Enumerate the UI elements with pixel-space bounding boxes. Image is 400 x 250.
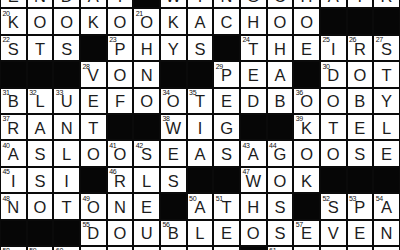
cell-r2c7[interactable]: S: [187, 35, 214, 61]
cell-letter: E: [221, 225, 232, 245]
cell-letter: E: [221, 93, 232, 113]
cell-r8c8[interactable]: 51T: [213, 193, 240, 219]
cell-letter: S: [141, 146, 152, 166]
cell-letter: L: [382, 120, 391, 140]
cell-r1c10[interactable]: O: [267, 8, 294, 34]
cell-letter: I: [358, 0, 363, 7]
clue-number-41: 41: [109, 142, 116, 149]
cell-r10c6[interactable]: [160, 246, 187, 250]
cell-r10c0[interactable]: 58: [0, 246, 27, 250]
cell-r2c5[interactable]: H: [133, 35, 160, 61]
cell-letter: E: [88, 93, 99, 113]
cell-r10c3[interactable]: [80, 246, 107, 250]
block-cell-r5c4: [107, 114, 134, 140]
cell-letter: E: [141, 199, 152, 219]
cell-letter: N: [221, 0, 233, 7]
block-cell-r1c12: [320, 8, 347, 34]
cell-letter: D: [327, 67, 339, 87]
clue-number-51: 51: [216, 195, 223, 202]
clue-number-36: 36: [296, 89, 303, 96]
cell-r3c3[interactable]: 28V: [80, 61, 107, 87]
cell-letter: O: [273, 14, 286, 34]
cell-r7c2[interactable]: I: [53, 167, 80, 193]
clue-number-52: 52: [322, 195, 329, 202]
cell-letter: O: [34, 199, 47, 219]
cell-r8c2[interactable]: T: [53, 193, 80, 219]
crossword-grid: ENDATWINGCHAIR20KOOKO21OKACHOO22STS23PHY…: [0, 0, 400, 250]
clue-number-29: 29: [216, 63, 223, 70]
cell-r4c7[interactable]: 35T: [187, 88, 214, 114]
clue-number-50: 50: [189, 195, 196, 202]
cell-r6c10[interactable]: 44G: [267, 140, 294, 166]
cell-r2c1[interactable]: T: [27, 35, 54, 61]
cell-r5c14[interactable]: L: [373, 114, 400, 140]
cell-r1c8[interactable]: C: [213, 8, 240, 34]
cell-r0c11[interactable]: H: [293, 0, 320, 8]
cell-r4c8[interactable]: E: [213, 88, 240, 114]
clue-number-38: 38: [162, 115, 169, 122]
cell-r5c2[interactable]: N: [53, 114, 80, 140]
cell-r3c10[interactable]: A: [267, 61, 294, 87]
cell-r4c3[interactable]: E: [80, 88, 107, 114]
cell-r6c12[interactable]: O: [320, 140, 347, 166]
cell-r4c5[interactable]: O: [133, 88, 160, 114]
cell-r0c1[interactable]: N: [27, 0, 54, 8]
block-cell-r3c7: [187, 61, 214, 87]
cell-r9c6[interactable]: 56B: [160, 220, 187, 246]
cell-r6c8[interactable]: S: [213, 140, 240, 166]
cell-r2c11[interactable]: E: [293, 35, 320, 61]
cell-letter: G: [220, 120, 233, 140]
cell-r0c13[interactable]: I: [347, 0, 374, 8]
cell-r10c7[interactable]: [187, 246, 214, 250]
cell-letter: I: [198, 120, 203, 140]
block-cell-r3c11: [293, 61, 320, 87]
cell-r4c14[interactable]: Y: [373, 88, 400, 114]
cell-r1c5[interactable]: 21O: [133, 8, 160, 34]
cell-letter: O: [34, 14, 47, 34]
cell-r7c6[interactable]: S: [160, 167, 187, 193]
cell-letter: N: [114, 199, 126, 219]
cell-r1c9[interactable]: H: [240, 8, 267, 34]
cell-r4c2[interactable]: 33U: [53, 88, 80, 114]
cell-r9c14[interactable]: N: [373, 220, 400, 246]
cell-letter: G: [247, 0, 260, 7]
cell-r6c6[interactable]: E: [160, 140, 187, 166]
block-cell-r7c14: [373, 167, 400, 193]
cell-r3c8[interactable]: 29P: [213, 61, 240, 87]
cell-r6c1[interactable]: S: [27, 140, 54, 166]
cell-letter: A: [328, 0, 339, 7]
cell-letter: I: [331, 41, 336, 61]
cell-letter: F: [115, 93, 125, 113]
clue-number-27: 27: [376, 36, 383, 43]
cell-letter: T: [115, 0, 125, 7]
cell-r0c14[interactable]: R: [373, 0, 400, 8]
cell-r8c14[interactable]: 54A: [373, 193, 400, 219]
cell-letter: D: [247, 93, 259, 113]
cell-r6c13[interactable]: S: [347, 140, 374, 166]
cell-letter: Y: [168, 41, 179, 61]
block-cell-r8c6: [160, 193, 187, 219]
cell-letter: W: [245, 173, 261, 193]
clue-number-22: 22: [3, 36, 10, 43]
cell-letter: E: [301, 41, 312, 61]
cell-letter: S: [221, 146, 232, 166]
clue-number-42: 42: [136, 142, 143, 149]
cell-letter: O: [114, 146, 127, 166]
cell-r1c4[interactable]: O: [107, 8, 134, 34]
cell-letter: B: [8, 93, 19, 113]
cell-letter: R: [381, 0, 393, 7]
clue-number-44: 44: [269, 142, 276, 149]
cell-letter: I: [11, 173, 16, 193]
cell-letter: V: [328, 225, 339, 245]
cell-r1c1[interactable]: O: [27, 8, 54, 34]
cell-r3c5[interactable]: N: [133, 61, 160, 87]
clue-number-47: 47: [242, 168, 249, 175]
cell-r10c4[interactable]: [107, 246, 134, 250]
clue-number-49: 49: [82, 195, 89, 202]
cell-letter: A: [194, 199, 205, 219]
cell-letter: E: [168, 146, 179, 166]
cell-r5c3[interactable]: T: [80, 114, 107, 140]
clue-number-21: 21: [136, 10, 143, 17]
cell-r2c12[interactable]: 25I: [320, 35, 347, 61]
cell-r0c10[interactable]: C: [267, 0, 294, 8]
cell-r9c13[interactable]: E: [347, 220, 374, 246]
block-cell-r5c5: [133, 114, 160, 140]
block-cell-r7c12: [320, 167, 347, 193]
cell-letter: A: [248, 146, 259, 166]
cell-letter: O: [60, 14, 73, 34]
clue-number-37: 37: [3, 115, 10, 122]
cell-r1c7[interactable]: A: [187, 8, 214, 34]
cell-letter: O: [167, 93, 180, 113]
cell-r7c10[interactable]: O: [267, 167, 294, 193]
cell-r9c10[interactable]: S: [267, 220, 294, 246]
clue-number-34: 34: [162, 89, 169, 96]
cell-r10c14[interactable]: [373, 246, 400, 250]
cell-letter: K: [301, 120, 312, 140]
block-cell-r9c2: [53, 220, 80, 246]
clue-number-23: 23: [109, 36, 116, 43]
cell-letter: B: [354, 93, 365, 113]
cell-r7c5[interactable]: L: [133, 167, 160, 193]
cell-letter: S: [381, 41, 392, 61]
cell-r1c6[interactable]: K: [160, 8, 187, 34]
cell-letter: P: [354, 199, 365, 219]
cell-r5c13[interactable]: E: [347, 114, 374, 140]
cell-letter: O: [327, 146, 340, 166]
cell-letter: O: [87, 199, 100, 219]
cell-r5c6[interactable]: 38W: [160, 114, 187, 140]
cell-letter: H: [301, 0, 313, 7]
cell-letter: N: [34, 0, 46, 7]
cell-letter: R: [354, 41, 366, 61]
cell-r6c3[interactable]: O: [80, 140, 107, 166]
cell-r0c7[interactable]: I: [187, 0, 214, 8]
cell-r5c12[interactable]: T: [320, 114, 347, 140]
cell-letter: A: [381, 199, 392, 219]
cell-r8c12[interactable]: 52S: [320, 193, 347, 219]
cell-r9c3[interactable]: 55D: [80, 220, 107, 246]
cell-letter: A: [8, 146, 19, 166]
cell-letter: S: [8, 41, 19, 61]
block-cell-r7c7: [187, 167, 214, 193]
cell-r0c6[interactable]: W: [160, 0, 187, 8]
cell-letter: C: [274, 0, 286, 7]
block-cell-r0c5: [133, 0, 160, 8]
block-cell-r8c11: [293, 193, 320, 219]
cell-letter: K: [8, 14, 19, 34]
clue-number-31: 31: [3, 89, 10, 96]
cell-r0c0[interactable]: E: [0, 0, 27, 8]
clue-number-20: 20: [3, 10, 10, 17]
cell-r10c8[interactable]: [213, 246, 240, 250]
cell-letter: E: [8, 0, 19, 7]
cell-r6c4[interactable]: 41O: [107, 140, 134, 166]
cell-r7c1[interactable]: S: [27, 167, 54, 193]
cell-r9c5[interactable]: U: [133, 220, 160, 246]
cell-r8c4[interactable]: N: [107, 193, 134, 219]
cell-letter: S: [61, 41, 72, 61]
cell-r2c10[interactable]: H: [267, 35, 294, 61]
cell-r10c5[interactable]: [133, 246, 160, 250]
cell-letter: L: [195, 225, 204, 245]
cell-r10c13[interactable]: [347, 246, 374, 250]
cell-letter: N: [381, 225, 393, 245]
block-cell-r9c1: [27, 220, 54, 246]
cell-letter: S: [34, 173, 45, 193]
clue-number-43: 43: [242, 142, 249, 149]
cell-letter: P: [221, 67, 232, 87]
cell-letter: R: [7, 120, 19, 140]
cell-r10c11[interactable]: [293, 246, 320, 250]
cell-r4c4[interactable]: F: [107, 88, 134, 114]
cell-letter: H: [141, 41, 153, 61]
block-cell-r3c1: [27, 61, 54, 87]
clue-number-26: 26: [349, 36, 356, 43]
cell-letter: O: [300, 14, 313, 34]
cell-letter: O: [327, 93, 340, 113]
cell-letter: W: [165, 120, 181, 140]
cell-letter: E: [301, 225, 312, 245]
cell-letter: E: [354, 225, 365, 245]
cell-r4c6[interactable]: 34O: [160, 88, 187, 114]
clue-number-54: 54: [376, 195, 383, 202]
cell-r0c12[interactable]: A: [320, 0, 347, 8]
cell-r6c0[interactable]: 40A: [0, 140, 27, 166]
block-cell-r9c0: [0, 220, 27, 246]
clue-number-55: 55: [82, 221, 89, 228]
cell-r4c11[interactable]: 36O: [293, 88, 320, 114]
cell-letter: E: [354, 120, 365, 140]
cell-r9c8[interactable]: E: [213, 220, 240, 246]
clue-number-24: 24: [242, 36, 249, 43]
cell-letter: C: [221, 14, 233, 34]
cell-r4c9[interactable]: D: [240, 88, 267, 114]
cell-letter: L: [142, 173, 151, 193]
cell-letter: U: [141, 225, 153, 245]
block-cell-r3c0: [0, 61, 27, 87]
block-cell-r2c8: [213, 35, 240, 61]
cell-r8c3[interactable]: 49O: [80, 193, 107, 219]
cell-letter: B: [274, 93, 285, 113]
cell-r1c0[interactable]: 20K: [0, 8, 27, 34]
cell-letter: O: [247, 225, 260, 245]
cell-letter: O: [273, 173, 286, 193]
cell-letter: D: [87, 225, 99, 245]
cell-r9c11[interactable]: 57E: [293, 220, 320, 246]
cell-r0c4[interactable]: T: [107, 0, 134, 8]
cell-letter: A: [274, 67, 285, 87]
clue-number-57: 57: [296, 221, 303, 228]
cell-letter: O: [114, 67, 127, 87]
cell-letter: V: [88, 67, 99, 87]
block-cell-r3c6: [160, 61, 187, 87]
cell-r6c5[interactable]: 42S: [133, 140, 160, 166]
clue-number-25: 25: [322, 36, 329, 43]
cell-r7c9[interactable]: 47W: [240, 167, 267, 193]
cell-r4c10[interactable]: B: [267, 88, 294, 114]
clue-number-48: 48: [3, 195, 10, 202]
cell-letter: O: [114, 14, 127, 34]
cell-letter: R: [114, 173, 126, 193]
cell-r3c13[interactable]: O: [347, 61, 374, 87]
block-cell-r7c8: [213, 167, 240, 193]
cell-letter: P: [114, 41, 125, 61]
cell-r2c2[interactable]: S: [53, 35, 80, 61]
block-cell-r2c3: [80, 35, 107, 61]
cell-r9c4[interactable]: O: [107, 220, 134, 246]
cell-r1c3[interactable]: K: [80, 8, 107, 34]
cell-r4c1[interactable]: 32L: [27, 88, 54, 114]
cell-letter: T: [195, 93, 205, 113]
cell-letter: S: [168, 173, 179, 193]
cell-r1c11[interactable]: O: [293, 8, 320, 34]
cell-letter: A: [88, 0, 99, 7]
cell-r8c0[interactable]: 48N: [0, 193, 27, 219]
clue-number-30: 30: [322, 63, 329, 70]
cell-r8c10[interactable]: S: [267, 193, 294, 219]
cell-letter: I: [198, 0, 203, 7]
cell-r10c2[interactable]: 60: [53, 246, 80, 250]
cell-r2c0[interactable]: 22S: [0, 35, 27, 61]
clue-number-35: 35: [189, 89, 196, 96]
cell-r0c8[interactable]: N: [213, 0, 240, 8]
cell-r3c4[interactable]: O: [107, 61, 134, 87]
cell-r5c0[interactable]: 37R: [0, 114, 27, 140]
cell-r9c12[interactable]: V: [320, 220, 347, 246]
cell-letter: A: [194, 146, 205, 166]
cell-letter: W: [165, 0, 181, 7]
cell-r2c6[interactable]: Y: [160, 35, 187, 61]
cell-letter: N: [61, 120, 73, 140]
cell-letter: H: [247, 14, 259, 34]
cell-r7c0[interactable]: 45I: [0, 167, 27, 193]
cell-r10c12[interactable]: [320, 246, 347, 250]
cell-r6c2[interactable]: L: [53, 140, 80, 166]
cell-letter: Y: [381, 93, 392, 113]
block-cell-r1c14: [373, 8, 400, 34]
cell-r5c7[interactable]: I: [187, 114, 214, 140]
clue-number-33: 33: [56, 89, 63, 96]
cell-letter: N: [141, 67, 153, 87]
cell-letter: T: [328, 120, 338, 140]
cell-letter: K: [301, 173, 312, 193]
cell-r7c4[interactable]: 46R: [107, 167, 134, 193]
cell-r8c13[interactable]: 53P: [347, 193, 374, 219]
cell-r5c11[interactable]: 39K: [293, 114, 320, 140]
cell-r2c13[interactable]: 26R: [347, 35, 374, 61]
cell-r10c10[interactable]: 61: [267, 246, 294, 250]
cell-letter: K: [88, 14, 99, 34]
cell-letter: T: [222, 199, 232, 219]
cell-r2c14[interactable]: 27S: [373, 35, 400, 61]
cell-letter: S: [328, 199, 339, 219]
cell-r4c12[interactable]: O: [320, 88, 347, 114]
cell-r0c3[interactable]: A: [80, 0, 107, 8]
block-cell-r7c13: [347, 167, 374, 193]
cell-r5c8[interactable]: G: [213, 114, 240, 140]
cell-r7c11[interactable]: K: [293, 167, 320, 193]
cell-r8c9[interactable]: H: [240, 193, 267, 219]
clue-number-45: 45: [3, 168, 10, 175]
cell-r8c1[interactable]: O: [27, 193, 54, 219]
cell-r5c1[interactable]: A: [27, 114, 54, 140]
cell-r0c9[interactable]: G: [240, 0, 267, 8]
cell-r2c4[interactable]: 23P: [107, 35, 134, 61]
cell-r6c11[interactable]: O: [293, 140, 320, 166]
cell-letter: H: [274, 41, 286, 61]
cell-letter: L: [62, 146, 71, 166]
cell-letter: S: [274, 225, 285, 245]
cell-letter: S: [274, 199, 285, 219]
cell-letter: U: [61, 93, 73, 113]
cell-letter: S: [34, 146, 45, 166]
cell-r6c7[interactable]: A: [187, 140, 214, 166]
cell-letter: O: [300, 146, 313, 166]
cell-r8c5[interactable]: E: [133, 193, 160, 219]
cell-r0c2[interactable]: D: [53, 0, 80, 8]
cell-r4c0[interactable]: 31B: [0, 88, 27, 114]
cell-r3c14[interactable]: T: [373, 61, 400, 87]
cell-letter: T: [88, 120, 98, 140]
clue-number-32: 32: [29, 89, 36, 96]
cell-r4c13[interactable]: B: [347, 88, 374, 114]
cell-letter: O: [87, 146, 100, 166]
cell-r6c14[interactable]: E: [373, 140, 400, 166]
cell-r9c7[interactable]: L: [187, 220, 214, 246]
cell-r8c7[interactable]: 50A: [187, 193, 214, 219]
clue-number-46: 46: [109, 168, 116, 175]
block-cell-r1c13: [347, 8, 374, 34]
cell-letter: E: [248, 67, 259, 87]
cell-r3c12[interactable]: 30D: [320, 61, 347, 87]
cell-letter: H: [247, 199, 259, 219]
cell-r10c1[interactable]: 59: [27, 246, 54, 250]
cell-r3c9[interactable]: E: [240, 61, 267, 87]
block-cell-r3c2: [53, 61, 80, 87]
cell-letter: O: [353, 67, 366, 87]
cell-letter: L: [35, 93, 44, 113]
cell-r6c9[interactable]: 43A: [240, 140, 267, 166]
cell-r1c2[interactable]: O: [53, 8, 80, 34]
cell-r9c9[interactable]: O: [240, 220, 267, 246]
cell-letter: O: [300, 93, 313, 113]
cell-r2c9[interactable]: 24T: [240, 35, 267, 61]
